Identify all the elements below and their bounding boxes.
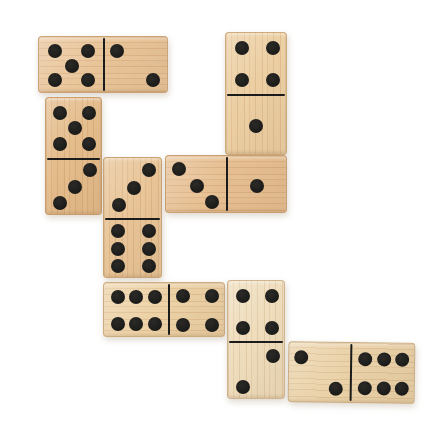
pip [53, 137, 67, 151]
pip [112, 198, 126, 212]
pip [172, 162, 186, 176]
pip [377, 352, 391, 366]
pip [142, 259, 156, 273]
domino-tile-5-3[interactable] [45, 97, 102, 215]
pip [266, 349, 280, 363]
pip [142, 242, 156, 256]
divider-line [350, 344, 353, 401]
pip [148, 317, 162, 331]
photo-background [0, 0, 436, 436]
pip [235, 41, 249, 55]
pip [266, 73, 280, 87]
pip [190, 179, 204, 193]
pip [329, 382, 343, 396]
pip [358, 352, 372, 366]
domino-layout [0, 0, 436, 436]
pip [142, 224, 156, 238]
pip [82, 106, 96, 120]
pip [111, 290, 125, 304]
pip [142, 163, 156, 177]
pip [265, 321, 279, 335]
pip [395, 382, 409, 396]
pip [68, 180, 82, 194]
pip [48, 44, 62, 58]
pip [148, 290, 162, 304]
pip [236, 380, 250, 394]
pip [235, 73, 249, 87]
pip [265, 289, 279, 303]
divider-line [168, 284, 170, 335]
pip [236, 289, 250, 303]
pip [110, 44, 124, 58]
pip [358, 381, 372, 395]
domino-tile-2-6[interactable] [288, 341, 416, 404]
pip [129, 317, 143, 331]
pip [81, 44, 95, 58]
pip [205, 195, 219, 209]
domino-tile-3-1[interactable] [165, 155, 287, 213]
pip [205, 318, 219, 332]
domino-tile-4-1[interactable] [225, 32, 287, 155]
pip [377, 381, 391, 395]
pip [53, 106, 67, 120]
divider-line [47, 158, 100, 160]
pip [205, 289, 219, 303]
pip [294, 350, 308, 364]
pip [83, 163, 97, 177]
divider-line [227, 94, 285, 96]
pip [146, 73, 160, 87]
pip [176, 318, 190, 332]
domino-tile-3-6[interactable] [103, 157, 162, 278]
divider-line [105, 218, 160, 220]
pip [250, 179, 264, 193]
pip [236, 321, 250, 335]
pip [111, 224, 125, 238]
pip [266, 41, 280, 55]
pip [68, 121, 82, 135]
pip [127, 181, 141, 195]
pip [111, 259, 125, 273]
pip [65, 59, 79, 73]
divider-line [229, 341, 283, 343]
pip [111, 317, 125, 331]
pip [129, 290, 143, 304]
pip [48, 73, 62, 87]
pip [395, 353, 409, 367]
pip [82, 137, 96, 151]
domino-tile-5-2[interactable] [38, 36, 168, 93]
pip [111, 242, 125, 256]
domino-tile-4-2[interactable] [227, 280, 285, 399]
divider-line [103, 38, 105, 91]
pip [81, 73, 95, 87]
domino-tile-6-4[interactable] [103, 282, 225, 337]
pip [249, 119, 263, 133]
pip [53, 196, 67, 210]
divider-line [226, 157, 228, 211]
pip [176, 289, 190, 303]
